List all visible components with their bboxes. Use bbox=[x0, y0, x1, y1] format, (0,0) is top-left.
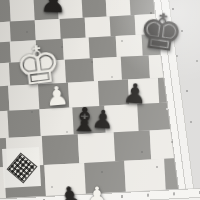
board-square[interactable] bbox=[65, 58, 94, 82]
board-square[interactable] bbox=[89, 36, 117, 58]
piece-black-pawn-kingside[interactable]: ♟ bbox=[122, 79, 148, 108]
board-square[interactable] bbox=[85, 16, 111, 37]
board-square[interactable] bbox=[42, 134, 79, 165]
piece-black-pawn-top[interactable]: ♟ bbox=[39, 0, 67, 17]
board-square[interactable] bbox=[9, 0, 34, 22]
board-square[interactable] bbox=[93, 57, 122, 81]
checkered-diamond-icon bbox=[6, 152, 37, 183]
board-square[interactable] bbox=[39, 107, 73, 136]
board-square[interactable] bbox=[7, 109, 41, 138]
board-square[interactable] bbox=[62, 38, 90, 60]
piece-captured-black-piece[interactable]: ♟ bbox=[55, 181, 86, 200]
piece-black-king[interactable]: ♚ bbox=[135, 4, 186, 60]
board-square[interactable] bbox=[124, 159, 166, 192]
board-square[interactable] bbox=[81, 0, 106, 18]
board-square[interactable] bbox=[110, 15, 136, 36]
board-corner-emblem-icon bbox=[2, 147, 41, 188]
board-square[interactable] bbox=[60, 18, 86, 39]
piece-captured-white-piece[interactable]: ♟ bbox=[86, 184, 108, 200]
board-square[interactable] bbox=[105, 0, 130, 17]
chessboard-photo: ♟♚♚♟♟♝♟♟♟ bbox=[0, 0, 200, 200]
piece-white-pawn[interactable]: ♟ bbox=[44, 82, 69, 110]
board-square[interactable] bbox=[114, 130, 151, 161]
piece-black-pawn-center[interactable]: ♟ bbox=[91, 106, 115, 133]
